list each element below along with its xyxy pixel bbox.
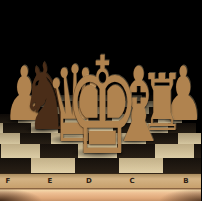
square-h1 xyxy=(27,95,44,101)
file-label-c: C xyxy=(126,177,138,185)
square-e3 xyxy=(72,107,92,114)
square-a1 xyxy=(142,95,159,101)
file-label-e: E xyxy=(44,177,56,185)
square-c6 xyxy=(114,133,146,145)
file-label-f: F xyxy=(2,177,14,185)
square-c7 xyxy=(117,144,156,158)
square-d7 xyxy=(78,144,117,158)
square-e4 xyxy=(65,114,89,123)
file-label-b: B xyxy=(180,177,192,185)
square-d3 xyxy=(91,107,111,114)
board-frame: F E D C B xyxy=(0,173,201,188)
square-a4 xyxy=(158,114,182,123)
square-d5 xyxy=(86,123,114,133)
square-c8 xyxy=(119,158,164,174)
square-b3 xyxy=(130,107,150,114)
square-b1 xyxy=(126,95,143,101)
square-b8 xyxy=(163,158,202,174)
square-g3 xyxy=(33,107,53,114)
square-d6 xyxy=(83,133,115,145)
square-b6 xyxy=(146,133,178,145)
square-f2 xyxy=(56,101,74,108)
square-g6 xyxy=(0,133,20,145)
square-c2 xyxy=(110,101,128,108)
square-d2 xyxy=(92,101,110,108)
square-e7 xyxy=(40,144,79,158)
square-b2 xyxy=(128,101,146,108)
square-f7 xyxy=(1,144,40,158)
square-f4 xyxy=(42,114,66,123)
square-h3 xyxy=(14,107,34,114)
square-e6 xyxy=(51,133,83,145)
square-f3 xyxy=(53,107,73,114)
square-f1 xyxy=(60,95,77,101)
square-h2 xyxy=(21,101,39,108)
square-b5 xyxy=(141,123,169,133)
square-e8 xyxy=(31,158,76,174)
square-d8 xyxy=(75,158,120,174)
square-e5 xyxy=(58,123,86,133)
square-g4 xyxy=(18,114,42,123)
square-a3 xyxy=(149,107,169,114)
file-label-d: D xyxy=(83,177,95,185)
square-c4 xyxy=(112,114,136,123)
square-b4 xyxy=(135,114,159,123)
square-g1 xyxy=(43,95,60,101)
square-f8 xyxy=(0,158,31,174)
square-c5 xyxy=(113,123,141,133)
square-a6 xyxy=(178,133,201,145)
square-e2 xyxy=(74,101,92,108)
square-e1 xyxy=(76,95,93,101)
square-c3 xyxy=(110,107,130,114)
square-d1 xyxy=(93,95,110,101)
board-front-edge xyxy=(0,188,201,201)
square-f5 xyxy=(31,123,59,133)
square-g5 xyxy=(3,123,31,133)
square-h4 xyxy=(0,114,19,123)
square-a2 xyxy=(146,101,164,108)
chessboard-photo: ♟♟♞♜♛♝♚ F E D C B xyxy=(0,0,201,201)
square-d4 xyxy=(88,114,112,123)
square-b7 xyxy=(155,144,194,158)
square-f6 xyxy=(20,133,52,145)
square-g2 xyxy=(38,101,56,108)
square-a7 xyxy=(194,144,201,158)
square-c1 xyxy=(109,95,126,101)
square-a5 xyxy=(168,123,196,133)
